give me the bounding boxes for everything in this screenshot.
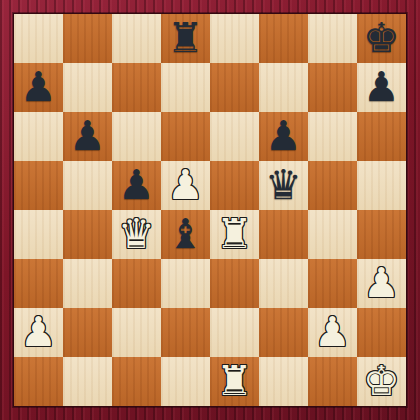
board-frame: ♜♚♟♟♟♟♟♟♛♛♝♜♟♟♟♜♚ — [0, 0, 420, 420]
square-f5[interactable]: ♛ — [259, 161, 308, 210]
square-g1[interactable] — [308, 357, 357, 406]
square-g7[interactable] — [308, 63, 357, 112]
square-c1[interactable] — [112, 357, 161, 406]
square-e7[interactable] — [210, 63, 259, 112]
square-h8[interactable]: ♚ — [357, 14, 406, 63]
piece-white-rook: ♜ — [216, 210, 253, 259]
square-d1[interactable] — [161, 357, 210, 406]
square-g4[interactable] — [308, 210, 357, 259]
piece-white-rook: ♜ — [216, 357, 253, 406]
square-d3[interactable] — [161, 259, 210, 308]
square-c7[interactable] — [112, 63, 161, 112]
square-b3[interactable] — [63, 259, 112, 308]
square-f2[interactable] — [259, 308, 308, 357]
square-f1[interactable] — [259, 357, 308, 406]
square-e2[interactable] — [210, 308, 259, 357]
square-f3[interactable] — [259, 259, 308, 308]
piece-white-queen: ♛ — [118, 210, 155, 259]
square-f7[interactable] — [259, 63, 308, 112]
piece-black-pawn: ♟ — [363, 63, 400, 112]
square-f6[interactable]: ♟ — [259, 112, 308, 161]
square-c4[interactable]: ♛ — [112, 210, 161, 259]
square-h2[interactable] — [357, 308, 406, 357]
piece-white-pawn: ♟ — [314, 308, 351, 357]
square-a8[interactable] — [14, 14, 63, 63]
square-e1[interactable]: ♜ — [210, 357, 259, 406]
square-b6[interactable]: ♟ — [63, 112, 112, 161]
square-c5[interactable]: ♟ — [112, 161, 161, 210]
square-b5[interactable] — [63, 161, 112, 210]
square-a1[interactable] — [14, 357, 63, 406]
square-h3[interactable]: ♟ — [357, 259, 406, 308]
square-f8[interactable] — [259, 14, 308, 63]
square-b8[interactable] — [63, 14, 112, 63]
piece-black-king: ♚ — [363, 14, 400, 63]
square-a4[interactable] — [14, 210, 63, 259]
square-b7[interactable] — [63, 63, 112, 112]
square-c2[interactable] — [112, 308, 161, 357]
piece-white-pawn: ♟ — [20, 308, 57, 357]
square-g3[interactable] — [308, 259, 357, 308]
square-h4[interactable] — [357, 210, 406, 259]
square-c3[interactable] — [112, 259, 161, 308]
square-b2[interactable] — [63, 308, 112, 357]
square-g6[interactable] — [308, 112, 357, 161]
piece-black-rook: ♜ — [167, 14, 204, 63]
piece-black-pawn: ♟ — [20, 63, 57, 112]
square-e8[interactable] — [210, 14, 259, 63]
square-d6[interactable] — [161, 112, 210, 161]
piece-black-bishop: ♝ — [167, 210, 204, 259]
chess-board: ♜♚♟♟♟♟♟♟♛♛♝♜♟♟♟♜♚ — [14, 14, 406, 406]
square-g8[interactable] — [308, 14, 357, 63]
square-h1[interactable]: ♚ — [357, 357, 406, 406]
piece-white-king: ♚ — [363, 357, 400, 406]
square-a7[interactable]: ♟ — [14, 63, 63, 112]
square-d4[interactable]: ♝ — [161, 210, 210, 259]
piece-black-queen: ♛ — [265, 161, 302, 210]
square-g5[interactable] — [308, 161, 357, 210]
square-h6[interactable] — [357, 112, 406, 161]
square-e4[interactable]: ♜ — [210, 210, 259, 259]
square-b1[interactable] — [63, 357, 112, 406]
square-f4[interactable] — [259, 210, 308, 259]
square-b4[interactable] — [63, 210, 112, 259]
square-e6[interactable] — [210, 112, 259, 161]
square-d5[interactable]: ♟ — [161, 161, 210, 210]
square-c6[interactable] — [112, 112, 161, 161]
piece-black-pawn: ♟ — [69, 112, 106, 161]
square-a2[interactable]: ♟ — [14, 308, 63, 357]
piece-black-pawn: ♟ — [265, 112, 302, 161]
square-d7[interactable] — [161, 63, 210, 112]
piece-black-pawn: ♟ — [118, 161, 155, 210]
square-h7[interactable]: ♟ — [357, 63, 406, 112]
piece-white-pawn: ♟ — [167, 161, 204, 210]
square-a6[interactable] — [14, 112, 63, 161]
square-g2[interactable]: ♟ — [308, 308, 357, 357]
square-a3[interactable] — [14, 259, 63, 308]
square-e3[interactable] — [210, 259, 259, 308]
square-c8[interactable] — [112, 14, 161, 63]
piece-white-pawn: ♟ — [363, 259, 400, 308]
square-h5[interactable] — [357, 161, 406, 210]
square-e5[interactable] — [210, 161, 259, 210]
square-d8[interactable]: ♜ — [161, 14, 210, 63]
square-d2[interactable] — [161, 308, 210, 357]
square-a5[interactable] — [14, 161, 63, 210]
